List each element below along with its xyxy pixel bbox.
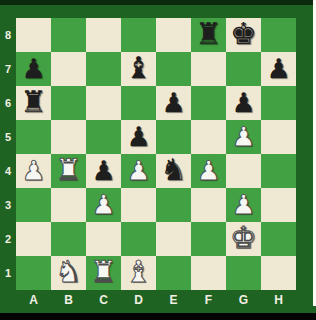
square-b8 [51, 18, 86, 52]
square-f7 [191, 52, 226, 86]
black-pawn-a7: ♟ [21, 55, 45, 82]
white-king-g2: ♚ [230, 223, 257, 253]
square-e3 [156, 188, 191, 222]
square-c3: ♟ [86, 188, 121, 222]
square-h4 [261, 154, 296, 188]
square-c2 [86, 222, 121, 256]
square-g5: ♟ [226, 120, 261, 154]
rank-label-5: 5 [0, 120, 16, 154]
square-e2 [156, 222, 191, 256]
rank-label-6: 6 [0, 86, 16, 120]
white-bishop-d1: ♝ [125, 257, 152, 287]
square-e4: ♞ [156, 154, 191, 188]
black-king-g8: ♚ [230, 19, 257, 49]
file-label-c: C [86, 291, 121, 313]
white-pawn-d4: ♟ [126, 157, 150, 184]
rank-label-8: 8 [0, 18, 16, 52]
square-a8 [16, 18, 51, 52]
square-e8 [156, 18, 191, 52]
bottom-border-strip [0, 313, 316, 320]
right-edge-strip [313, 0, 316, 306]
rank-labels: 87654321 [0, 18, 16, 290]
square-d8 [121, 18, 156, 52]
square-h5 [261, 120, 296, 154]
square-h6 [261, 86, 296, 120]
square-d5: ♟ [121, 120, 156, 154]
square-g1 [226, 256, 261, 290]
black-rook-f8: ♜ [195, 19, 222, 49]
rank-label-7: 7 [0, 52, 16, 86]
square-g8: ♚ [226, 18, 261, 52]
square-b1: ♞ [51, 256, 86, 290]
square-h1 [261, 256, 296, 290]
black-bishop-d7: ♝ [125, 53, 152, 83]
black-rook-a6: ♜ [20, 87, 47, 117]
square-f6 [191, 86, 226, 120]
square-f5 [191, 120, 226, 154]
square-c5 [86, 120, 121, 154]
chess-diagram: 87654321 ♜♚♟♝♟♜♟♟♟♟♟♜♟♟♞♟♟♟♚♞♜♝ ABCDEFGH [0, 0, 316, 320]
rank-label-4: 4 [0, 154, 16, 188]
square-h2 [261, 222, 296, 256]
square-e6: ♟ [156, 86, 191, 120]
square-h3 [261, 188, 296, 222]
white-rook-c1: ♜ [90, 257, 117, 287]
rank-label-3: 3 [0, 188, 16, 222]
square-g3: ♟ [226, 188, 261, 222]
square-d2 [121, 222, 156, 256]
white-pawn-g5: ♟ [231, 123, 255, 150]
file-label-a: A [16, 291, 51, 313]
square-d1: ♝ [121, 256, 156, 290]
square-f2 [191, 222, 226, 256]
file-label-f: F [191, 291, 226, 313]
white-pawn-g3: ♟ [231, 191, 255, 218]
square-e1 [156, 256, 191, 290]
black-pawn-d5: ♟ [126, 123, 150, 150]
square-f8: ♜ [191, 18, 226, 52]
rank-label-2: 2 [0, 222, 16, 256]
square-g2: ♚ [226, 222, 261, 256]
square-d4: ♟ [121, 154, 156, 188]
square-c6 [86, 86, 121, 120]
black-pawn-h7: ♟ [266, 55, 290, 82]
file-label-d: D [121, 291, 156, 313]
square-c7 [86, 52, 121, 86]
square-b2 [51, 222, 86, 256]
square-a6: ♜ [16, 86, 51, 120]
square-a3 [16, 188, 51, 222]
square-f3 [191, 188, 226, 222]
square-d7: ♝ [121, 52, 156, 86]
square-a4: ♟ [16, 154, 51, 188]
black-pawn-c4: ♟ [91, 157, 115, 184]
square-h7: ♟ [261, 52, 296, 86]
file-label-b: B [51, 291, 86, 313]
black-pawn-g6: ♟ [231, 89, 255, 116]
square-b4: ♜ [51, 154, 86, 188]
top-border-strip [0, 0, 316, 5]
white-knight-b1: ♞ [55, 257, 82, 287]
square-c8 [86, 18, 121, 52]
square-b3 [51, 188, 86, 222]
file-label-h: H [261, 291, 296, 313]
square-g4 [226, 154, 261, 188]
file-labels: ABCDEFGH [16, 291, 296, 313]
white-rook-b4: ♜ [55, 155, 82, 185]
square-d6 [121, 86, 156, 120]
file-label-g: G [226, 291, 261, 313]
square-f4: ♟ [191, 154, 226, 188]
white-pawn-f4: ♟ [196, 157, 220, 184]
square-e5 [156, 120, 191, 154]
square-g6: ♟ [226, 86, 261, 120]
square-d3 [121, 188, 156, 222]
square-a7: ♟ [16, 52, 51, 86]
square-c1: ♜ [86, 256, 121, 290]
white-pawn-c3: ♟ [91, 191, 115, 218]
file-label-e: E [156, 291, 191, 313]
square-c4: ♟ [86, 154, 121, 188]
square-f1 [191, 256, 226, 290]
square-a2 [16, 222, 51, 256]
square-b5 [51, 120, 86, 154]
black-knight-e4: ♞ [160, 155, 187, 185]
white-pawn-a4: ♟ [21, 157, 45, 184]
rank-label-1: 1 [0, 256, 16, 290]
square-a5 [16, 120, 51, 154]
square-a1 [16, 256, 51, 290]
square-e7 [156, 52, 191, 86]
square-h8 [261, 18, 296, 52]
square-b6 [51, 86, 86, 120]
square-b7 [51, 52, 86, 86]
square-g7 [226, 52, 261, 86]
chess-board: ♜♚♟♝♟♜♟♟♟♟♟♜♟♟♞♟♟♟♚♞♜♝ [16, 18, 296, 290]
black-pawn-e6: ♟ [161, 89, 185, 116]
